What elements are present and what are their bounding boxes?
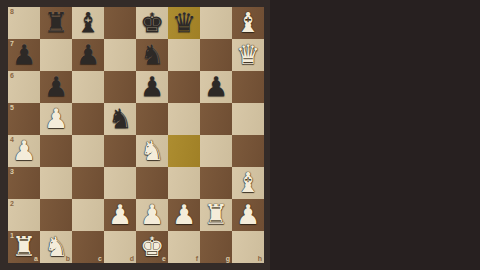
square-a1[interactable]: ♜1a [8, 231, 40, 263]
square-c4[interactable] [72, 135, 104, 167]
square-d1[interactable]: d [104, 231, 136, 263]
square-e5[interactable] [136, 103, 168, 135]
square-f7[interactable] [168, 39, 200, 71]
file-label-d: d [130, 255, 134, 262]
file-label-b: b [66, 255, 70, 262]
white-pawn-a4[interactable]: ♟ [12, 136, 36, 166]
chess-board: 8♜♝♚♛♝♟7♟♞♛6♟♟♟5♟♞♟4♞3♝2♟♟♟♜♟♜1a♞bcd♚efg… [8, 7, 264, 263]
square-a7[interactable]: ♟7 [8, 39, 40, 71]
square-a6[interactable]: 6 [8, 71, 40, 103]
black-pawn-c7[interactable]: ♟ [76, 40, 100, 70]
square-e1[interactable]: ♚e [136, 231, 168, 263]
rank-label-4: 4 [10, 136, 14, 143]
black-bishop-c8[interactable]: ♝ [76, 8, 100, 38]
square-d3[interactable] [104, 167, 136, 199]
square-c8[interactable]: ♝ [72, 7, 104, 39]
square-f3[interactable] [168, 167, 200, 199]
square-h7[interactable]: ♛ [232, 39, 264, 71]
square-b6[interactable]: ♟ [40, 71, 72, 103]
white-pawn-h2[interactable]: ♟ [236, 200, 260, 230]
black-king-e8[interactable]: ♚ [140, 8, 164, 38]
black-pawn-a7[interactable]: ♟ [12, 40, 36, 70]
white-rook-a1[interactable]: ♜ [12, 232, 36, 262]
square-h2[interactable]: ♟ [232, 199, 264, 231]
square-b5[interactable]: ♟ [40, 103, 72, 135]
file-label-h: h [258, 255, 262, 262]
board-area: 8♜♝♚♛♝♟7♟♞♛6♟♟♟5♟♞♟4♞3♝2♟♟♟♜♟♜1a♞bcd♚efg… [0, 0, 270, 270]
square-c5[interactable] [72, 103, 104, 135]
square-g7[interactable] [200, 39, 232, 71]
square-d7[interactable] [104, 39, 136, 71]
square-b1[interactable]: ♞b [40, 231, 72, 263]
square-g5[interactable] [200, 103, 232, 135]
square-h3[interactable]: ♝ [232, 167, 264, 199]
square-f8[interactable]: ♛ [168, 7, 200, 39]
rank-label-5: 5 [10, 104, 14, 111]
square-a3[interactable]: 3 [8, 167, 40, 199]
square-c3[interactable] [72, 167, 104, 199]
black-pawn-g6[interactable]: ♟ [204, 72, 228, 102]
file-label-g: g [226, 255, 230, 262]
square-c1[interactable]: c [72, 231, 104, 263]
square-f5[interactable] [168, 103, 200, 135]
black-pawn-e6[interactable]: ♟ [140, 72, 164, 102]
square-h4[interactable] [232, 135, 264, 167]
square-e7[interactable]: ♞ [136, 39, 168, 71]
square-g4[interactable] [200, 135, 232, 167]
square-e2[interactable]: ♟ [136, 199, 168, 231]
square-b4[interactable] [40, 135, 72, 167]
square-g6[interactable]: ♟ [200, 71, 232, 103]
side-panel: Emir (1000) ♟♟ P 9.Ne4Qf610.Bb2Bh611.Bxh… [270, 0, 480, 270]
black-knight-e7[interactable]: ♞ [140, 40, 164, 70]
square-b7[interactable] [40, 39, 72, 71]
black-knight-d5[interactable]: ♞ [108, 104, 132, 134]
square-b8[interactable]: ♜ [40, 7, 72, 39]
square-f6[interactable] [168, 71, 200, 103]
square-d2[interactable]: ♟ [104, 199, 136, 231]
square-d5[interactable]: ♞ [104, 103, 136, 135]
rank-label-2: 2 [10, 200, 14, 207]
white-pawn-f2[interactable]: ♟ [172, 200, 196, 230]
black-pawn-b6[interactable]: ♟ [44, 72, 68, 102]
square-f1[interactable]: f [168, 231, 200, 263]
square-a4[interactable]: ♟4 [8, 135, 40, 167]
white-bishop-h8[interactable]: ♝ [236, 8, 260, 38]
square-h6[interactable] [232, 71, 264, 103]
square-e6[interactable]: ♟ [136, 71, 168, 103]
white-knight-b1[interactable]: ♞ [44, 232, 68, 262]
square-g2[interactable]: ♜ [200, 199, 232, 231]
square-c2[interactable] [72, 199, 104, 231]
square-h1[interactable]: h [232, 231, 264, 263]
white-queen-h7[interactable]: ♛ [236, 40, 260, 70]
white-pawn-b5[interactable]: ♟ [44, 104, 68, 134]
square-e3[interactable] [136, 167, 168, 199]
square-a5[interactable]: 5 [8, 103, 40, 135]
file-label-c: c [98, 255, 102, 262]
rank-label-8: 8 [10, 8, 14, 15]
square-a8[interactable]: 8 [8, 7, 40, 39]
square-f4[interactable] [168, 135, 200, 167]
square-e8[interactable]: ♚ [136, 7, 168, 39]
rank-label-6: 6 [10, 72, 14, 79]
rank-label-3: 3 [10, 168, 14, 175]
square-b2[interactable] [40, 199, 72, 231]
white-pawn-d2[interactable]: ♟ [108, 200, 132, 230]
black-queen-f8[interactable]: ♛ [172, 8, 196, 38]
rank-label-1: 1 [10, 232, 14, 239]
file-label-e: e [162, 255, 166, 262]
square-c7[interactable]: ♟ [72, 39, 104, 71]
white-rook-g2[interactable]: ♜ [204, 200, 228, 230]
black-rook-b8[interactable]: ♜ [44, 8, 68, 38]
file-label-a: a [34, 255, 38, 262]
square-g8[interactable] [200, 7, 232, 39]
square-g1[interactable]: g [200, 231, 232, 263]
white-knight-e4[interactable]: ♞ [140, 136, 164, 166]
square-e4[interactable]: ♞ [136, 135, 168, 167]
square-h5[interactable] [232, 103, 264, 135]
white-bishop-h3[interactable]: ♝ [236, 168, 260, 198]
square-b3[interactable] [40, 167, 72, 199]
square-d4[interactable] [104, 135, 136, 167]
white-king-e1[interactable]: ♚ [140, 232, 164, 262]
rank-label-7: 7 [10, 40, 14, 47]
square-g3[interactable] [200, 167, 232, 199]
square-d8[interactable] [104, 7, 136, 39]
square-c6[interactable] [72, 71, 104, 103]
file-label-f: f [196, 255, 198, 262]
square-a2[interactable]: 2 [8, 199, 40, 231]
app-window: 8♜♝♚♛♝♟7♟♞♛6♟♟♟5♟♞♟4♞3♝2♟♟♟♜♟♜1a♞bcd♚efg… [0, 0, 480, 270]
square-f2[interactable]: ♟ [168, 199, 200, 231]
square-d6[interactable] [104, 71, 136, 103]
square-h8[interactable]: ♝ [232, 7, 264, 39]
white-pawn-e2[interactable]: ♟ [140, 200, 164, 230]
